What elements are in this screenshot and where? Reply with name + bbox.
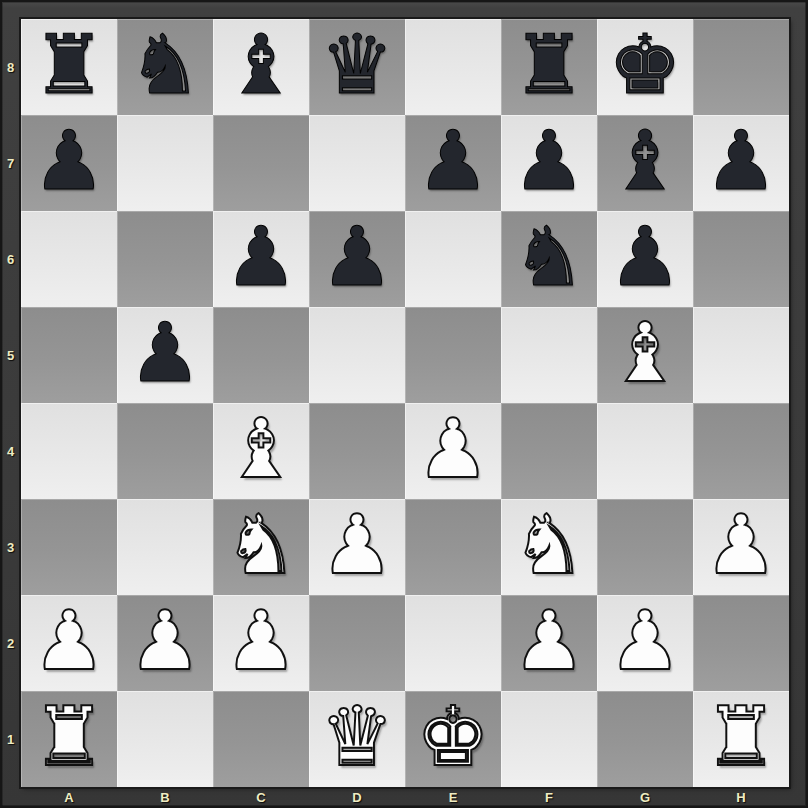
square-e8[interactable] bbox=[405, 19, 501, 115]
piece-white-knight-f3[interactable]: ♞ bbox=[501, 499, 597, 595]
square-e3[interactable] bbox=[405, 499, 501, 595]
piece-black-rook-f8[interactable]: ♜ bbox=[501, 19, 597, 115]
square-a7[interactable]: ♟ bbox=[21, 115, 117, 211]
square-b6[interactable] bbox=[117, 211, 213, 307]
file-label-c: C bbox=[213, 787, 309, 808]
piece-black-pawn-h7[interactable]: ♟ bbox=[693, 115, 789, 211]
square-f6[interactable]: ♞ bbox=[501, 211, 597, 307]
square-h5[interactable] bbox=[693, 307, 789, 403]
piece-black-king-g8[interactable]: ♚ bbox=[597, 19, 693, 115]
square-c5[interactable] bbox=[213, 307, 309, 403]
chess-board: ♜♞♝♛♜♚♟♟♟♝♟♟♟♞♟♟♝♝♟♞♟♞♟♟♟♟♟♟♜♛♚♜ bbox=[21, 19, 789, 787]
square-a3[interactable] bbox=[21, 499, 117, 595]
piece-white-rook-a1[interactable]: ♜ bbox=[21, 691, 117, 787]
square-b2[interactable]: ♟ bbox=[117, 595, 213, 691]
file-label-h: H bbox=[693, 787, 789, 808]
file-label-d: D bbox=[309, 787, 405, 808]
square-b4[interactable] bbox=[117, 403, 213, 499]
piece-black-pawn-a7[interactable]: ♟ bbox=[21, 115, 117, 211]
piece-white-pawn-c2[interactable]: ♟ bbox=[213, 595, 309, 691]
square-f1[interactable] bbox=[501, 691, 597, 787]
square-b1[interactable] bbox=[117, 691, 213, 787]
square-g8[interactable]: ♚ bbox=[597, 19, 693, 115]
piece-black-bishop-c8[interactable]: ♝ bbox=[213, 19, 309, 115]
square-c2[interactable]: ♟ bbox=[213, 595, 309, 691]
square-d2[interactable] bbox=[309, 595, 405, 691]
square-c4[interactable]: ♝ bbox=[213, 403, 309, 499]
square-h1[interactable]: ♜ bbox=[693, 691, 789, 787]
file-label-e: E bbox=[405, 787, 501, 808]
square-a1[interactable]: ♜ bbox=[21, 691, 117, 787]
square-d1[interactable]: ♛ bbox=[309, 691, 405, 787]
square-a2[interactable]: ♟ bbox=[21, 595, 117, 691]
piece-white-pawn-h3[interactable]: ♟ bbox=[693, 499, 789, 595]
square-e5[interactable] bbox=[405, 307, 501, 403]
square-b3[interactable] bbox=[117, 499, 213, 595]
square-f7[interactable]: ♟ bbox=[501, 115, 597, 211]
square-d6[interactable]: ♟ bbox=[309, 211, 405, 307]
square-f5[interactable] bbox=[501, 307, 597, 403]
piece-white-bishop-c4[interactable]: ♝ bbox=[213, 403, 309, 499]
piece-black-rook-a8[interactable]: ♜ bbox=[21, 19, 117, 115]
piece-white-pawn-a2[interactable]: ♟ bbox=[21, 595, 117, 691]
rank-label-1: 1 bbox=[0, 691, 21, 787]
square-b7[interactable] bbox=[117, 115, 213, 211]
square-e6[interactable] bbox=[405, 211, 501, 307]
piece-white-rook-h1[interactable]: ♜ bbox=[693, 691, 789, 787]
square-e1[interactable]: ♚ bbox=[405, 691, 501, 787]
piece-black-pawn-b5[interactable]: ♟ bbox=[117, 307, 213, 403]
square-g3[interactable] bbox=[597, 499, 693, 595]
square-f4[interactable] bbox=[501, 403, 597, 499]
piece-white-pawn-b2[interactable]: ♟ bbox=[117, 595, 213, 691]
file-label-a: A bbox=[21, 787, 117, 808]
square-a6[interactable] bbox=[21, 211, 117, 307]
piece-black-pawn-f7[interactable]: ♟ bbox=[501, 115, 597, 211]
square-a4[interactable] bbox=[21, 403, 117, 499]
piece-black-knight-b8[interactable]: ♞ bbox=[117, 19, 213, 115]
piece-black-pawn-c6[interactable]: ♟ bbox=[213, 211, 309, 307]
square-d7[interactable] bbox=[309, 115, 405, 211]
square-h2[interactable] bbox=[693, 595, 789, 691]
square-g2[interactable]: ♟ bbox=[597, 595, 693, 691]
piece-white-bishop-g5[interactable]: ♝ bbox=[597, 307, 693, 403]
square-h3[interactable]: ♟ bbox=[693, 499, 789, 595]
square-d8[interactable]: ♛ bbox=[309, 19, 405, 115]
square-c8[interactable]: ♝ bbox=[213, 19, 309, 115]
piece-white-queen-d1[interactable]: ♛ bbox=[309, 691, 405, 787]
square-f3[interactable]: ♞ bbox=[501, 499, 597, 595]
square-f2[interactable]: ♟ bbox=[501, 595, 597, 691]
chess-board-frame: ♜♞♝♛♜♚♟♟♟♝♟♟♟♞♟♟♝♝♟♞♟♞♟♟♟♟♟♟♜♛♚♜ 8765432… bbox=[0, 0, 808, 808]
square-b5[interactable]: ♟ bbox=[117, 307, 213, 403]
square-g1[interactable] bbox=[597, 691, 693, 787]
square-d4[interactable] bbox=[309, 403, 405, 499]
piece-white-knight-c3[interactable]: ♞ bbox=[213, 499, 309, 595]
rank-label-2: 2 bbox=[0, 595, 21, 691]
piece-white-pawn-f2[interactable]: ♟ bbox=[501, 595, 597, 691]
file-label-f: F bbox=[501, 787, 597, 808]
square-c7[interactable] bbox=[213, 115, 309, 211]
square-h4[interactable] bbox=[693, 403, 789, 499]
rank-label-5: 5 bbox=[0, 307, 21, 403]
square-e7[interactable]: ♟ bbox=[405, 115, 501, 211]
piece-white-pawn-e4[interactable]: ♟ bbox=[405, 403, 501, 499]
square-h6[interactable] bbox=[693, 211, 789, 307]
rank-label-3: 3 bbox=[0, 499, 21, 595]
square-g7[interactable]: ♝ bbox=[597, 115, 693, 211]
piece-black-bishop-g7[interactable]: ♝ bbox=[597, 115, 693, 211]
piece-white-king-e1[interactable]: ♚ bbox=[405, 691, 501, 787]
piece-white-pawn-d3[interactable]: ♟ bbox=[309, 499, 405, 595]
piece-black-pawn-d6[interactable]: ♟ bbox=[309, 211, 405, 307]
piece-black-pawn-g6[interactable]: ♟ bbox=[597, 211, 693, 307]
piece-white-pawn-g2[interactable]: ♟ bbox=[597, 595, 693, 691]
square-g5[interactable]: ♝ bbox=[597, 307, 693, 403]
square-h8[interactable] bbox=[693, 19, 789, 115]
file-label-g: G bbox=[597, 787, 693, 808]
square-f8[interactable]: ♜ bbox=[501, 19, 597, 115]
square-b8[interactable]: ♞ bbox=[117, 19, 213, 115]
square-e2[interactable] bbox=[405, 595, 501, 691]
square-h7[interactable]: ♟ bbox=[693, 115, 789, 211]
square-a8[interactable]: ♜ bbox=[21, 19, 117, 115]
file-label-b: B bbox=[117, 787, 213, 808]
square-d5[interactable] bbox=[309, 307, 405, 403]
square-a5[interactable] bbox=[21, 307, 117, 403]
piece-black-queen-d8[interactable]: ♛ bbox=[309, 19, 405, 115]
square-g4[interactable] bbox=[597, 403, 693, 499]
square-c1[interactable] bbox=[213, 691, 309, 787]
piece-black-pawn-e7[interactable]: ♟ bbox=[405, 115, 501, 211]
square-g6[interactable]: ♟ bbox=[597, 211, 693, 307]
square-c3[interactable]: ♞ bbox=[213, 499, 309, 595]
rank-label-8: 8 bbox=[0, 19, 21, 115]
square-c6[interactable]: ♟ bbox=[213, 211, 309, 307]
rank-label-7: 7 bbox=[0, 115, 21, 211]
square-e4[interactable]: ♟ bbox=[405, 403, 501, 499]
piece-black-knight-f6[interactable]: ♞ bbox=[501, 211, 597, 307]
square-d3[interactable]: ♟ bbox=[309, 499, 405, 595]
rank-label-4: 4 bbox=[0, 403, 21, 499]
rank-label-6: 6 bbox=[0, 211, 21, 307]
